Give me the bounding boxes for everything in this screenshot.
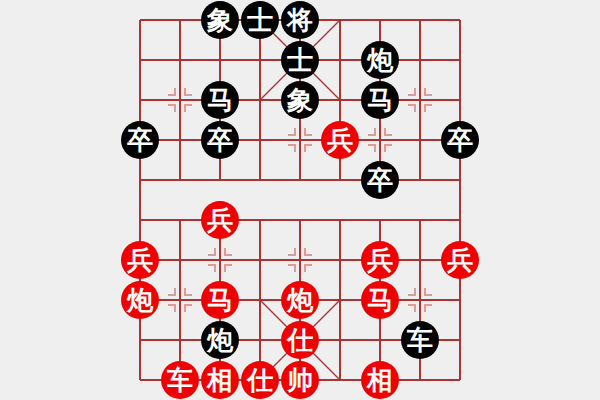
piece-black-elephant[interactable]: 象: [281, 81, 319, 119]
piece-red-horse[interactable]: 马: [361, 281, 399, 319]
piece-black-horse[interactable]: 马: [361, 81, 399, 119]
piece-red-cannon[interactable]: 炮: [121, 281, 159, 319]
piece-red-elephant[interactable]: 相: [361, 361, 399, 399]
piece-black-horse[interactable]: 马: [201, 81, 239, 119]
piece-red-king[interactable]: 帅: [281, 361, 319, 399]
piece-red-rook[interactable]: 车: [161, 361, 199, 399]
piece-red-soldier[interactable]: 兵: [201, 201, 239, 239]
piece-black-soldier[interactable]: 卒: [121, 121, 159, 159]
star-points: [168, 88, 432, 312]
piece-black-cannon[interactable]: 炮: [361, 41, 399, 79]
xiangqi-screen: 象士将士炮马象马卒卒卒卒炮车兵兵兵兵兵炮马炮马仕车相仕帅相: [0, 0, 600, 400]
piece-black-soldier[interactable]: 卒: [201, 121, 239, 159]
piece-black-elephant[interactable]: 象: [201, 1, 239, 39]
piece-black-soldier[interactable]: 卒: [441, 121, 479, 159]
piece-red-soldier[interactable]: 兵: [321, 121, 359, 159]
piece-red-soldier[interactable]: 兵: [121, 241, 159, 279]
board[interactable]: 象士将士炮马象马卒卒卒卒炮车兵兵兵兵兵炮马炮马仕车相仕帅相: [120, 0, 480, 400]
piece-black-soldier[interactable]: 卒: [361, 161, 399, 199]
piece-black-rook[interactable]: 车: [401, 321, 439, 359]
piece-red-horse[interactable]: 马: [201, 281, 239, 319]
piece-red-advisor[interactable]: 仕: [281, 321, 319, 359]
piece-red-soldier[interactable]: 兵: [361, 241, 399, 279]
piece-red-elephant[interactable]: 相: [201, 361, 239, 399]
piece-black-advisor[interactable]: 士: [281, 41, 319, 79]
piece-red-soldier[interactable]: 兵: [441, 241, 479, 279]
piece-red-advisor[interactable]: 仕: [241, 361, 279, 399]
piece-red-cannon[interactable]: 炮: [281, 281, 319, 319]
piece-black-advisor[interactable]: 士: [241, 1, 279, 39]
piece-black-cannon[interactable]: 炮: [201, 321, 239, 359]
piece-black-king[interactable]: 将: [281, 1, 319, 39]
